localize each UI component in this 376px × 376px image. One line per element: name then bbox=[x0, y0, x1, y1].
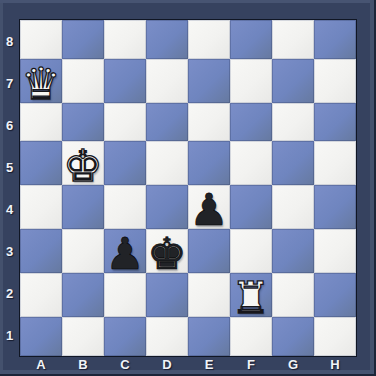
file-label-f: F bbox=[230, 357, 272, 371]
square-b7[interactable] bbox=[62, 59, 104, 103]
square-h7[interactable] bbox=[314, 59, 356, 103]
square-h5[interactable] bbox=[314, 141, 356, 185]
piece-white-rook[interactable]: ♜ bbox=[231, 276, 270, 320]
square-b6[interactable] bbox=[62, 103, 104, 142]
square-c7[interactable] bbox=[104, 59, 146, 103]
chess-board-frame: 87654321 ♛♚♟♟♚♜ ABCDEFGH bbox=[0, 0, 376, 376]
square-h8[interactable] bbox=[314, 20, 356, 59]
piece-black-king[interactable]: ♚ bbox=[147, 232, 186, 276]
square-h1[interactable] bbox=[314, 317, 356, 356]
rank-label-8: 8 bbox=[0, 20, 19, 62]
square-h2[interactable] bbox=[314, 273, 356, 317]
square-a5[interactable] bbox=[20, 141, 62, 185]
square-a3[interactable] bbox=[20, 229, 62, 273]
rank-label-2: 2 bbox=[0, 272, 19, 314]
square-c6[interactable] bbox=[104, 103, 146, 142]
square-b5[interactable]: ♚ bbox=[62, 141, 104, 185]
square-b4[interactable] bbox=[62, 185, 104, 229]
rank-label-1: 1 bbox=[0, 314, 19, 356]
square-e6[interactable] bbox=[188, 103, 230, 142]
file-label-d: D bbox=[146, 357, 188, 371]
square-g7[interactable] bbox=[272, 59, 314, 103]
square-d8[interactable] bbox=[146, 20, 188, 59]
square-d3[interactable]: ♚ bbox=[146, 229, 188, 273]
square-d6[interactable] bbox=[146, 103, 188, 142]
square-a7[interactable]: ♛ bbox=[20, 59, 62, 103]
piece-white-queen[interactable]: ♛ bbox=[21, 62, 60, 106]
square-b3[interactable] bbox=[62, 229, 104, 273]
square-f2[interactable]: ♜ bbox=[230, 273, 272, 317]
square-c5[interactable] bbox=[104, 141, 146, 185]
square-a8[interactable] bbox=[20, 20, 62, 59]
rank-label-6: 6 bbox=[0, 104, 19, 146]
square-g8[interactable] bbox=[272, 20, 314, 59]
square-d4[interactable] bbox=[146, 185, 188, 229]
square-e2[interactable] bbox=[188, 273, 230, 317]
rank-label-5: 5 bbox=[0, 146, 19, 188]
rank-label-3: 3 bbox=[0, 230, 19, 272]
square-f1[interactable] bbox=[230, 317, 272, 356]
square-c3[interactable]: ♟ bbox=[104, 229, 146, 273]
file-label-a: A bbox=[20, 357, 62, 371]
rank-labels: 87654321 bbox=[0, 20, 19, 356]
square-d7[interactable] bbox=[146, 59, 188, 103]
piece-black-pawn[interactable]: ♟ bbox=[105, 232, 144, 276]
square-d2[interactable] bbox=[146, 273, 188, 317]
square-c4[interactable] bbox=[104, 185, 146, 229]
square-f4[interactable] bbox=[230, 185, 272, 229]
square-e7[interactable] bbox=[188, 59, 230, 103]
square-b8[interactable] bbox=[62, 20, 104, 59]
file-label-c: C bbox=[104, 357, 146, 371]
square-e3[interactable] bbox=[188, 229, 230, 273]
square-a2[interactable] bbox=[20, 273, 62, 317]
square-a4[interactable] bbox=[20, 185, 62, 229]
square-h4[interactable] bbox=[314, 185, 356, 229]
square-f7[interactable] bbox=[230, 59, 272, 103]
square-d5[interactable] bbox=[146, 141, 188, 185]
rank-label-4: 4 bbox=[0, 188, 19, 230]
square-e1[interactable] bbox=[188, 317, 230, 356]
square-a6[interactable] bbox=[20, 103, 62, 142]
file-label-h: H bbox=[314, 357, 356, 371]
square-a1[interactable] bbox=[20, 317, 62, 356]
square-e8[interactable] bbox=[188, 20, 230, 59]
square-c8[interactable] bbox=[104, 20, 146, 59]
square-c1[interactable] bbox=[104, 317, 146, 356]
square-g3[interactable] bbox=[272, 229, 314, 273]
square-h3[interactable] bbox=[314, 229, 356, 273]
file-label-g: G bbox=[272, 357, 314, 371]
square-h6[interactable] bbox=[314, 103, 356, 142]
file-labels: ABCDEFGH bbox=[20, 357, 356, 371]
board: ♛♚♟♟♚♜ bbox=[19, 19, 357, 357]
square-f3[interactable] bbox=[230, 229, 272, 273]
square-g1[interactable] bbox=[272, 317, 314, 356]
file-label-e: E bbox=[188, 357, 230, 371]
rank-label-7: 7 bbox=[0, 62, 19, 104]
square-f6[interactable] bbox=[230, 103, 272, 142]
square-b1[interactable] bbox=[62, 317, 104, 356]
piece-black-pawn[interactable]: ♟ bbox=[189, 188, 228, 232]
square-g6[interactable] bbox=[272, 103, 314, 142]
square-d1[interactable] bbox=[146, 317, 188, 356]
square-g2[interactable] bbox=[272, 273, 314, 317]
square-f8[interactable] bbox=[230, 20, 272, 59]
square-f5[interactable] bbox=[230, 141, 272, 185]
square-e5[interactable] bbox=[188, 141, 230, 185]
piece-white-king[interactable]: ♚ bbox=[63, 144, 102, 188]
square-c2[interactable] bbox=[104, 273, 146, 317]
square-g4[interactable] bbox=[272, 185, 314, 229]
square-e4[interactable]: ♟ bbox=[188, 185, 230, 229]
square-g5[interactable] bbox=[272, 141, 314, 185]
file-label-b: B bbox=[62, 357, 104, 371]
square-b2[interactable] bbox=[62, 273, 104, 317]
